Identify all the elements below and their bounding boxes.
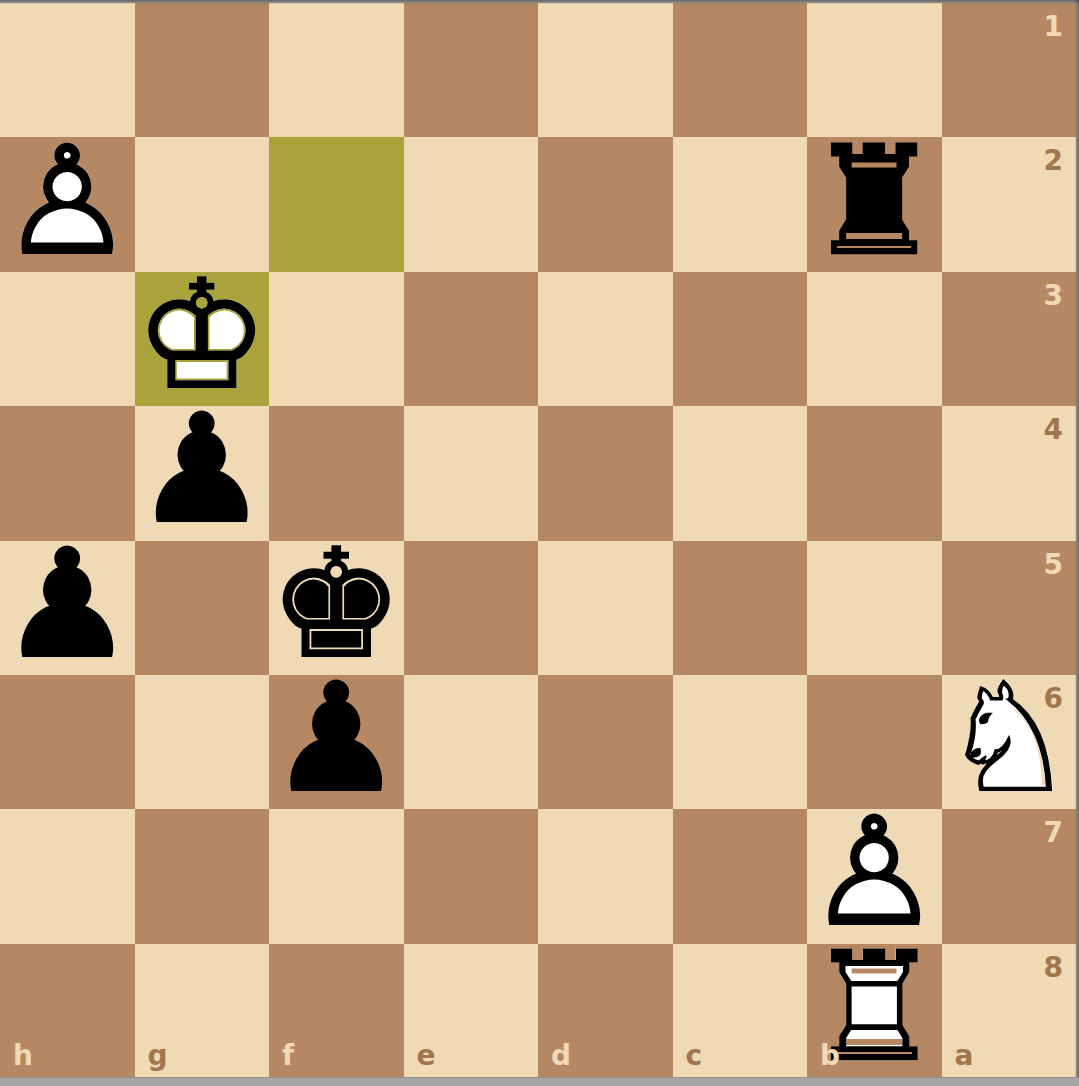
chess-page: 1♟♙♜2♚♔3♟4♟♚5♟♞♘6♟♙7hgfedc♜♖b8a (0, 0, 1079, 1086)
square-f2[interactable] (269, 137, 404, 271)
piece-glyph-outline: ♖ (807, 931, 942, 1081)
square-a1[interactable]: 1 (942, 3, 1077, 137)
square-a2[interactable]: 2 (942, 137, 1077, 271)
rank-label-4: 4 (1044, 413, 1063, 446)
square-d6[interactable] (538, 675, 673, 809)
square-c5[interactable] (673, 541, 808, 675)
white-rook-piece[interactable]: ♜♖ (807, 944, 942, 1078)
square-a3[interactable]: 3 (942, 272, 1077, 406)
white-pawn-piece[interactable]: ♟♙ (0, 137, 135, 271)
square-e6[interactable] (404, 675, 539, 809)
square-e1[interactable] (404, 3, 539, 137)
square-e4[interactable] (404, 406, 539, 540)
square-c6[interactable] (673, 675, 808, 809)
square-d1[interactable] (538, 3, 673, 137)
square-a7[interactable]: 7 (942, 809, 1077, 943)
black-pawn-piece[interactable]: ♟ (269, 675, 404, 809)
piece-glyph-outline: ♙ (0, 125, 135, 275)
right-edge-shadow (1075, 0, 1079, 1079)
square-a4[interactable]: 4 (942, 406, 1077, 540)
square-c1[interactable] (673, 3, 808, 137)
square-e2[interactable] (404, 137, 539, 271)
square-h8[interactable]: h (0, 944, 135, 1078)
black-pawn-piece[interactable]: ♟ (135, 406, 270, 540)
square-g7[interactable] (135, 809, 270, 943)
file-label-h: h (13, 1039, 33, 1072)
square-c8[interactable]: c (673, 944, 808, 1078)
rank-label-5: 5 (1044, 548, 1063, 581)
black-rook-piece[interactable]: ♜ (807, 137, 942, 271)
square-g8[interactable]: g (135, 944, 270, 1078)
piece-glyph-outline: ♘ (942, 663, 1077, 813)
rank-label-8: 8 (1044, 951, 1063, 984)
square-f8[interactable]: f (269, 944, 404, 1078)
piece-glyph-fill: ♟ (135, 394, 270, 544)
black-pawn-piece[interactable]: ♟ (0, 541, 135, 675)
square-c4[interactable] (673, 406, 808, 540)
square-d4[interactable] (538, 406, 673, 540)
square-f1[interactable] (269, 3, 404, 137)
square-f6[interactable]: ♟ (269, 675, 404, 809)
file-label-e: e (417, 1039, 436, 1072)
square-e3[interactable] (404, 272, 539, 406)
top-edge-shadow (0, 0, 1079, 4)
bottom-gutter (0, 1077, 1079, 1086)
square-e8[interactable]: e (404, 944, 539, 1078)
rank-label-7: 7 (1044, 816, 1063, 849)
square-b8[interactable]: ♜♖b (807, 944, 942, 1078)
square-e5[interactable] (404, 541, 539, 675)
square-c2[interactable] (673, 137, 808, 271)
rank-label-1: 1 (1044, 10, 1063, 43)
square-d5[interactable] (538, 541, 673, 675)
square-c3[interactable] (673, 272, 808, 406)
file-label-d: d (551, 1039, 571, 1072)
chess-board[interactable]: 1♟♙♜2♚♔3♟4♟♚5♟♞♘6♟♙7hgfedc♜♖b8a (0, 3, 1076, 1078)
square-h5[interactable]: ♟ (0, 541, 135, 675)
file-label-f: f (282, 1039, 294, 1072)
square-g4[interactable]: ♟ (135, 406, 270, 540)
square-g5[interactable] (135, 541, 270, 675)
file-label-g: g (148, 1039, 168, 1072)
piece-glyph-fill: ♟ (269, 663, 404, 813)
rank-label-2: 2 (1044, 144, 1063, 177)
square-g6[interactable] (135, 675, 270, 809)
square-a8[interactable]: 8a (942, 944, 1077, 1078)
rank-label-3: 3 (1044, 279, 1063, 312)
square-b3[interactable] (807, 272, 942, 406)
square-c7[interactable] (673, 809, 808, 943)
file-label-c: c (686, 1039, 703, 1072)
square-e7[interactable] (404, 809, 539, 943)
square-d2[interactable] (538, 137, 673, 271)
square-f7[interactable] (269, 809, 404, 943)
piece-glyph-fill: ♟ (0, 528, 135, 678)
square-f3[interactable] (269, 272, 404, 406)
white-knight-piece[interactable]: ♞♘ (942, 675, 1077, 809)
square-b5[interactable] (807, 541, 942, 675)
square-a6[interactable]: ♞♘6 (942, 675, 1077, 809)
square-d7[interactable] (538, 809, 673, 943)
square-b4[interactable] (807, 406, 942, 540)
square-d3[interactable] (538, 272, 673, 406)
square-h2[interactable]: ♟♙ (0, 137, 135, 271)
file-label-a: a (955, 1039, 974, 1072)
square-b2[interactable]: ♜ (807, 137, 942, 271)
square-g1[interactable] (135, 3, 270, 137)
piece-glyph-fill: ♜ (807, 125, 942, 275)
square-d8[interactable]: d (538, 944, 673, 1078)
square-h7[interactable] (0, 809, 135, 943)
square-h3[interactable] (0, 272, 135, 406)
square-h6[interactable] (0, 675, 135, 809)
